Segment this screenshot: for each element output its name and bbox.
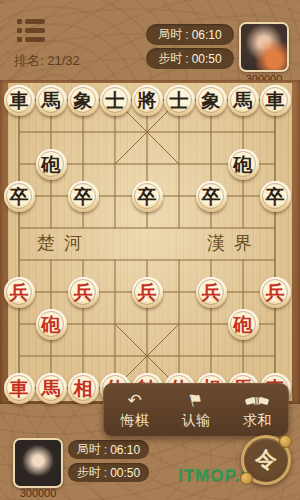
undo-arrow-icon: ↶	[128, 391, 142, 411]
action-panel: ↶ 悔棋 ⚑ 认输 求和	[103, 383, 289, 437]
player-avatar[interactable]	[13, 438, 63, 488]
gold-ornament-icon	[240, 472, 253, 485]
xiangqi-game-screen: 排名: 21/32 局时:06:10 步时:00:50 300000 楚河 漢界…	[0, 0, 300, 500]
piece-red-兵[interactable]: 兵	[132, 277, 163, 308]
river-label-chu: 楚河	[37, 231, 91, 255]
player-score: 300000	[11, 487, 65, 499]
piece-black-卒[interactable]: 卒	[132, 181, 163, 212]
piece-red-兵[interactable]: 兵	[196, 277, 227, 308]
piece-black-象[interactable]: 象	[68, 85, 99, 116]
command-flag-button[interactable]: 令	[241, 435, 291, 485]
piece-black-砲[interactable]: 砲	[36, 149, 67, 180]
piece-black-象[interactable]: 象	[196, 85, 227, 116]
opponent-move-timer: 步时:00:50	[146, 48, 234, 69]
opponent-game-timer: 局时:06:10	[146, 24, 234, 45]
player-move-timer: 步时:00:50	[68, 463, 149, 482]
rank-label: 排名: 21/32	[14, 52, 80, 70]
piece-red-馬[interactable]: 馬	[36, 373, 67, 404]
menu-icon[interactable]	[17, 19, 45, 46]
draw-button[interactable]: 求和	[227, 384, 288, 436]
white-flag-icon: ⚑	[186, 389, 206, 412]
xiangqi-board[interactable]: 楚河 漢界 車馬象士將士象馬車砲砲卒卒卒卒卒兵兵兵兵兵砲砲車馬相仕帥仕相馬車	[0, 80, 300, 404]
river-label-han: 漢界	[207, 231, 261, 255]
opponent-avatar[interactable]	[239, 22, 289, 72]
undo-button[interactable]: ↶ 悔棋	[104, 384, 165, 436]
piece-black-卒[interactable]: 卒	[4, 181, 35, 212]
piece-red-砲[interactable]: 砲	[228, 309, 259, 340]
piece-red-車[interactable]: 車	[4, 373, 35, 404]
piece-black-馬[interactable]: 馬	[228, 85, 259, 116]
piece-black-車[interactable]: 車	[4, 85, 35, 116]
handshake-icon	[245, 391, 269, 411]
piece-red-兵[interactable]: 兵	[4, 277, 35, 308]
piece-black-砲[interactable]: 砲	[228, 149, 259, 180]
resign-button[interactable]: ⚑ 认输	[165, 384, 226, 436]
player-game-timer: 局时:06:10	[68, 440, 149, 459]
piece-black-卒[interactable]: 卒	[68, 181, 99, 212]
piece-red-兵[interactable]: 兵	[260, 277, 291, 308]
piece-black-馬[interactable]: 馬	[36, 85, 67, 116]
piece-black-卒[interactable]: 卒	[260, 181, 291, 212]
piece-black-將[interactable]: 將	[132, 85, 163, 116]
piece-black-士[interactable]: 士	[164, 85, 195, 116]
piece-black-卒[interactable]: 卒	[196, 181, 227, 212]
piece-red-相[interactable]: 相	[68, 373, 99, 404]
piece-black-車[interactable]: 車	[260, 85, 291, 116]
piece-red-砲[interactable]: 砲	[36, 309, 67, 340]
piece-red-兵[interactable]: 兵	[68, 277, 99, 308]
piece-black-士[interactable]: 士	[100, 85, 131, 116]
gold-ornament-icon	[279, 435, 292, 448]
